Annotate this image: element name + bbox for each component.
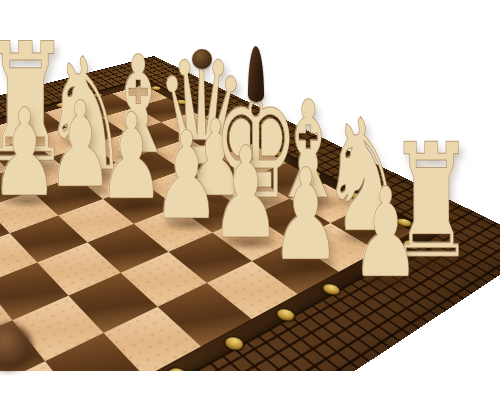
white-pawn-7: ♟ (276, 169, 336, 265)
white-pawn-1: ♟ (0, 109, 53, 201)
chess-set-photo: ♜♝♞♛♟♟♟♝♟♚♟♞♟♟♜♟ (0, 0, 500, 400)
white-pawn-6: ♟ (216, 147, 276, 243)
white-pawn-8: ♟ (357, 188, 415, 282)
pawn-glyph: ♟ (271, 166, 341, 265)
pawn-glyph: ♟ (352, 185, 421, 282)
queen-ball-finial (192, 49, 212, 69)
white-pawn-4: ♟ (157, 132, 214, 224)
white-pawn-3: ♟ (103, 114, 159, 204)
brass-stud (164, 365, 190, 371)
pawn-glyph: ♟ (0, 106, 58, 201)
